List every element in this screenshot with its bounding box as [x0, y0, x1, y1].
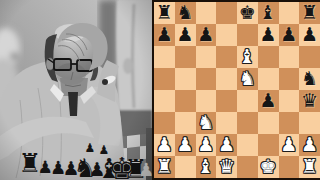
square-f2 — [258, 134, 279, 156]
square-f1: ♚ — [258, 156, 279, 178]
square-b8: ♞ — [175, 2, 196, 24]
square-h2: ♟ — [299, 134, 320, 156]
square-b1 — [175, 156, 196, 178]
black-queen-h4: ♛ — [301, 91, 318, 110]
square-g6 — [279, 46, 300, 68]
square-h7: ♟ — [299, 24, 320, 46]
square-a1: ♜ — [154, 156, 175, 178]
black-bishop-f8: ♝ — [260, 3, 277, 22]
square-b5 — [175, 68, 196, 90]
square-f3 — [258, 112, 279, 134]
square-e1 — [237, 156, 258, 178]
square-d3 — [216, 112, 237, 134]
black-pawn-f4: ♟ — [260, 91, 277, 110]
square-g8 — [279, 2, 300, 24]
white-pawn-b2: ♟ — [177, 135, 194, 154]
chess-thumbnail: ♜♟♟♟♞♟♟♟♝♚♜♟ ♜♞♚♝♜♟♟♟♟♟♟♝♞♞♟♛♞♟♟♟♟♟♟♜♝♛♚… — [0, 0, 320, 180]
square-f4: ♟ — [258, 90, 279, 112]
square-d5 — [216, 68, 237, 90]
square-g1 — [279, 156, 300, 178]
white-bishop-c1: ♝ — [197, 157, 214, 176]
square-d7 — [216, 24, 237, 46]
square-b7: ♟ — [175, 24, 196, 46]
square-a8: ♜ — [154, 2, 175, 24]
square-d1: ♛ — [216, 156, 237, 178]
black-knight-b8: ♞ — [177, 3, 194, 22]
square-c7: ♟ — [196, 24, 217, 46]
square-g4 — [279, 90, 300, 112]
photo-vignette — [0, 0, 152, 180]
square-c4 — [196, 90, 217, 112]
square-f7: ♟ — [258, 24, 279, 46]
black-pawn-b7: ♟ — [177, 25, 194, 44]
square-e3 — [237, 112, 258, 134]
square-d4 — [216, 90, 237, 112]
square-b6 — [175, 46, 196, 68]
white-queen-d1: ♛ — [218, 157, 235, 176]
square-h8: ♜ — [299, 2, 320, 24]
square-e8: ♚ — [237, 2, 258, 24]
square-c1: ♝ — [196, 156, 217, 178]
square-f6 — [258, 46, 279, 68]
square-d2: ♟ — [216, 134, 237, 156]
square-g5 — [279, 68, 300, 90]
square-f5 — [258, 68, 279, 90]
square-h3 — [299, 112, 320, 134]
square-h6 — [299, 46, 320, 68]
square-a6 — [154, 46, 175, 68]
square-g2: ♟ — [279, 134, 300, 156]
white-king-f1: ♚ — [260, 157, 277, 176]
black-pawn-g7: ♟ — [280, 25, 297, 44]
square-b3 — [175, 112, 196, 134]
white-pawn-h2: ♟ — [301, 135, 318, 154]
square-d6 — [216, 46, 237, 68]
square-g7: ♟ — [279, 24, 300, 46]
square-a4 — [154, 90, 175, 112]
black-king-e8: ♚ — [239, 3, 256, 22]
square-e5: ♞ — [237, 68, 258, 90]
square-e2 — [237, 134, 258, 156]
black-knight-h5: ♞ — [301, 69, 318, 88]
square-g3 — [279, 112, 300, 134]
square-b4 — [175, 90, 196, 112]
black-pawn-a7: ♟ — [156, 25, 173, 44]
square-h1: ♜ — [299, 156, 320, 178]
player-photo: ♜♟♟♟♞♟♟♟♝♚♜♟ — [0, 0, 152, 180]
square-c2: ♟ — [196, 134, 217, 156]
square-h4: ♛ — [299, 90, 320, 112]
photo-illustration: ♜♟♟♟♞♟♟♟♝♚♜♟ — [0, 0, 152, 180]
black-pawn-h7: ♟ — [301, 25, 318, 44]
square-a5 — [154, 68, 175, 90]
square-e4 — [237, 90, 258, 112]
square-a7: ♟ — [154, 24, 175, 46]
white-rook-a1: ♜ — [156, 157, 173, 176]
square-f8: ♝ — [258, 2, 279, 24]
square-b2: ♟ — [175, 134, 196, 156]
square-c5 — [196, 68, 217, 90]
white-rook-h1: ♜ — [301, 157, 318, 176]
chess-board-diagram: ♜♞♚♝♜♟♟♟♟♟♟♝♞♞♟♛♞♟♟♟♟♟♟♜♝♛♚♜ — [152, 0, 320, 180]
white-knight-e5: ♞ — [239, 69, 256, 88]
white-pawn-g2: ♟ — [280, 135, 297, 154]
square-e7 — [237, 24, 258, 46]
square-d8 — [216, 2, 237, 24]
square-c8 — [196, 2, 217, 24]
black-pawn-c7: ♟ — [197, 25, 214, 44]
square-e6: ♝ — [237, 46, 258, 68]
white-pawn-c2: ♟ — [197, 135, 214, 154]
black-rook-h8: ♜ — [301, 3, 318, 22]
white-pawn-a2: ♟ — [156, 135, 173, 154]
black-pawn-f7: ♟ — [260, 25, 277, 44]
white-bishop-e6: ♝ — [239, 47, 256, 66]
square-c6 — [196, 46, 217, 68]
white-knight-c3: ♞ — [197, 113, 214, 132]
square-c3: ♞ — [196, 112, 217, 134]
black-rook-a8: ♜ — [156, 3, 173, 22]
white-pawn-d2: ♟ — [218, 135, 235, 154]
square-a2: ♟ — [154, 134, 175, 156]
square-h5: ♞ — [299, 68, 320, 90]
square-a3 — [154, 112, 175, 134]
